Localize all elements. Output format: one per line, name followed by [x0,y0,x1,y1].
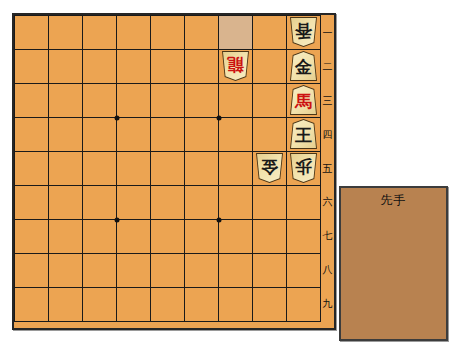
square-8-5[interactable] [49,152,82,185]
square-5-9[interactable] [151,288,184,321]
square-2-8[interactable] [253,254,286,287]
rank-labels: 一二三四五六七八九 [321,16,334,321]
square-7-6[interactable] [83,186,116,219]
square-5-4[interactable] [151,118,184,151]
square-4-7[interactable] [185,220,218,253]
square-4-4[interactable] [185,118,218,151]
square-3-7[interactable] [219,220,252,253]
square-4-2[interactable] [185,50,218,83]
square-3-8[interactable] [219,254,252,287]
rank-label-7: 七 [321,219,334,253]
rank-label-8: 八 [321,253,334,287]
square-3-6[interactable] [219,186,252,219]
square-5-5[interactable] [151,152,184,185]
square-9-8[interactable] [15,254,48,287]
square-7-9[interactable] [83,288,116,321]
square-2-2[interactable] [253,50,286,83]
sente-piece-stand[interactable]: 先手 [339,186,448,341]
square-9-7[interactable] [15,220,48,253]
square-7-5[interactable] [83,152,116,185]
square-8-9[interactable] [49,288,82,321]
square-8-3[interactable] [49,84,82,117]
square-2-7[interactable] [253,220,286,253]
piece-kanji: 王 [295,127,312,144]
rank-label-6: 六 [321,185,334,219]
piece-sente-馬-13[interactable]: 馬 [290,85,317,115]
piece-sente-王-14[interactable]: 王 [290,119,317,149]
square-5-3[interactable] [151,84,184,117]
square-6-8[interactable] [117,254,150,287]
square-6-6[interactable] [117,186,150,219]
piece-gote-歩-15[interactable]: 歩 [290,153,317,183]
square-3-1-highlighted[interactable] [219,16,252,49]
square-7-3[interactable] [83,84,116,117]
rank-label-4: 四 [321,118,334,152]
piece-gote-香-11[interactable]: 香 [290,17,317,47]
piece-gote-龍-32[interactable]: 龍 [222,51,249,81]
square-5-6[interactable] [151,186,184,219]
square-6-2[interactable] [117,50,150,83]
piece-kanji: 龍 [227,56,244,73]
piece-sente-金-12[interactable]: 金 [290,51,317,81]
square-1-1[interactable]: 香 [287,16,320,49]
square-5-8[interactable] [151,254,184,287]
piece-face: 香 [291,18,316,46]
piece-kanji: 金 [295,59,312,76]
rank-label-1: 一 [321,16,334,50]
square-3-9[interactable] [219,288,252,321]
square-5-2[interactable] [151,50,184,83]
square-2-5[interactable]: 金 [253,152,286,185]
square-4-9[interactable] [185,288,218,321]
square-9-5[interactable] [15,152,48,185]
square-4-6[interactable] [185,186,218,219]
piece-gote-金-25[interactable]: 金 [256,153,283,183]
star-point [216,217,221,222]
rank-label-2: 二 [321,50,334,84]
square-1-3[interactable]: 馬 [287,84,320,117]
star-point [114,217,119,222]
square-9-4[interactable] [15,118,48,151]
square-3-4[interactable] [219,118,252,151]
square-6-9[interactable] [117,288,150,321]
square-9-6[interactable] [15,186,48,219]
piece-face: 金 [291,52,316,80]
square-9-3[interactable] [15,84,48,117]
square-8-2[interactable] [49,50,82,83]
piece-face: 龍 [223,52,248,80]
square-7-7[interactable] [83,220,116,253]
square-7-8[interactable] [83,254,116,287]
square-4-5[interactable] [185,152,218,185]
square-9-9[interactable] [15,288,48,321]
square-7-2[interactable] [83,50,116,83]
square-6-3[interactable] [117,84,150,117]
sente-stand-label: 先手 [341,192,446,209]
rank-label-5: 五 [321,152,334,186]
shogi-board: 987654321 香龍金馬王金歩 一二三四五六七八九 [12,13,336,330]
star-point [216,115,221,120]
square-9-2[interactable] [15,50,48,83]
square-3-5[interactable] [219,152,252,185]
square-2-9[interactable] [253,288,286,321]
square-5-1[interactable] [151,16,184,49]
square-2-4[interactable] [253,118,286,151]
board-grid: 香龍金馬王金歩 [14,15,321,322]
square-8-7[interactable] [49,220,82,253]
square-8-6[interactable] [49,186,82,219]
square-1-4[interactable]: 王 [287,118,320,151]
piece-kanji: 馬 [295,93,312,110]
square-5-7[interactable] [151,220,184,253]
piece-face: 歩 [291,154,316,182]
piece-kanji: 歩 [295,158,312,175]
square-6-4[interactable] [117,118,150,151]
square-6-5[interactable] [117,152,150,185]
square-2-3[interactable] [253,84,286,117]
square-8-1[interactable] [49,16,82,49]
square-1-9[interactable] [287,288,320,321]
square-1-8[interactable] [287,254,320,287]
square-6-1[interactable] [117,16,150,49]
square-6-7[interactable] [117,220,150,253]
piece-kanji: 香 [295,22,312,39]
star-point [114,115,119,120]
square-1-2[interactable]: 金 [287,50,320,83]
square-8-8[interactable] [49,254,82,287]
piece-face: 王 [291,120,316,148]
square-8-4[interactable] [49,118,82,151]
square-9-1[interactable] [15,16,48,49]
square-2-6[interactable] [253,186,286,219]
piece-kanji: 金 [261,158,278,175]
square-4-8[interactable] [185,254,218,287]
rank-label-3: 三 [321,84,334,118]
square-3-2[interactable]: 龍 [219,50,252,83]
square-1-5[interactable]: 歩 [287,152,320,185]
square-7-4[interactable] [83,118,116,151]
piece-face: 馬 [291,86,316,114]
square-7-1[interactable] [83,16,116,49]
square-1-7[interactable] [287,220,320,253]
square-4-3[interactable] [185,84,218,117]
square-2-1[interactable] [253,16,286,49]
square-3-3[interactable] [219,84,252,117]
square-4-1[interactable] [185,16,218,49]
piece-face: 金 [257,154,282,182]
square-1-6[interactable] [287,186,320,219]
rank-label-9: 九 [321,287,334,321]
